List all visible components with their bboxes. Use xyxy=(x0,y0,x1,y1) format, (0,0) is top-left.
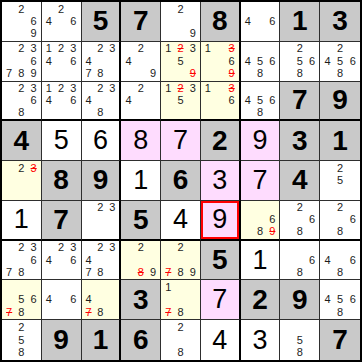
candidate-digit: 9 xyxy=(187,28,199,40)
candidate-digit: 5 xyxy=(254,55,266,67)
candidate-digit: 9 xyxy=(28,67,40,79)
cell-r2c1[interactable]: 236789 xyxy=(2,42,42,82)
candidates: 249 xyxy=(122,43,159,80)
candidates: 12346 xyxy=(43,83,80,119)
candidate-digit: 8 xyxy=(294,67,306,79)
candidates: 23478 xyxy=(83,242,119,279)
eliminated-candidate: 2 xyxy=(174,83,186,95)
entered-digit: 9 xyxy=(253,127,268,154)
candidate-digit: 4 xyxy=(83,254,95,266)
candidate-digit: 9 xyxy=(28,28,40,40)
candidate-digit: 2 xyxy=(15,3,27,15)
candidate-digit: 1 xyxy=(162,83,174,95)
cell-r3c7[interactable]: 4568 xyxy=(241,82,281,122)
eliminated-candidate: 7 xyxy=(3,306,15,318)
cell-r4c3[interactable]: 6 xyxy=(82,121,122,161)
cell-r3c9[interactable]: 9 xyxy=(320,82,360,122)
candidates: 23 xyxy=(3,162,40,199)
candidate-digit: 6 xyxy=(67,15,79,27)
candidate-digit: 2 xyxy=(55,43,67,55)
cell-r5c2[interactable]: 8 xyxy=(42,161,82,201)
eliminated-candidate: 3 xyxy=(226,83,238,95)
eliminated-candidate: 9 xyxy=(226,67,238,79)
candidate-digit: 6 xyxy=(226,55,238,67)
cell-r5c6[interactable]: 3 xyxy=(201,161,241,201)
entered-digit: 7 xyxy=(173,127,188,154)
cell-r1c6[interactable]: 8 xyxy=(201,2,241,42)
given-digit: 3 xyxy=(133,286,149,314)
candidate-digit: 7 xyxy=(3,67,15,79)
candidate-digit: 2 xyxy=(15,162,27,174)
candidate-digit: 8 xyxy=(294,266,306,278)
candidates: 58 xyxy=(281,321,318,359)
candidates: 1369 xyxy=(202,43,238,80)
candidates: 2568 xyxy=(281,43,318,80)
candidate-digit: 2 xyxy=(15,83,27,95)
cell-r1c3[interactable]: 5 xyxy=(82,2,122,42)
candidate-digit: 7 xyxy=(83,266,95,278)
candidate-digit: 8 xyxy=(174,346,186,359)
cell-r8c4[interactable]: 3 xyxy=(121,280,161,320)
cell-r6c3[interactable]: 23 xyxy=(82,201,122,241)
cell-r5c7[interactable]: 7 xyxy=(241,161,281,201)
candidates: 236789 xyxy=(3,43,40,80)
cell-r1c4[interactable]: 7 xyxy=(121,2,161,42)
entered-digit: 8 xyxy=(133,127,148,154)
cell-r4c6[interactable]: 2 xyxy=(201,121,241,161)
cell-r4c2[interactable]: 5 xyxy=(42,121,82,161)
entered-digit: 6 xyxy=(93,127,108,154)
candidate-digit: 3 xyxy=(28,242,40,254)
candidate-digit: 5 xyxy=(294,334,306,347)
cell-r9c1[interactable]: 258 xyxy=(2,320,42,360)
candidate-digit: 3 xyxy=(106,242,118,254)
candidate-digit: 4 xyxy=(83,94,95,106)
candidate-digit: 8 xyxy=(254,226,266,238)
cell-r9c3[interactable]: 1 xyxy=(82,320,122,360)
candidate-digit: 6 xyxy=(346,55,359,67)
candidate-digit: 2 xyxy=(135,83,147,95)
cell-r3c1[interactable]: 2368 xyxy=(2,82,42,122)
candidate-digit: 5 xyxy=(334,174,347,186)
candidate-digit: 4 xyxy=(242,94,254,106)
cell-r5c4[interactable]: 1 xyxy=(121,161,161,201)
cell-r8c3[interactable]: 478 xyxy=(82,280,122,320)
candidate-digit: 4 xyxy=(83,55,95,67)
cell-r2c8[interactable]: 2568 xyxy=(280,42,320,82)
candidate-digit: 8 xyxy=(94,67,106,79)
cell-r1c5[interactable]: 29 xyxy=(161,2,201,42)
given-digit: 2 xyxy=(212,127,228,155)
candidate-digit: 5 xyxy=(334,55,347,67)
candidate-digit: 9 xyxy=(147,266,159,278)
cell-r4c8[interactable]: 3 xyxy=(280,121,320,161)
candidate-digit: 2 xyxy=(294,43,306,55)
candidate-digit: 2 xyxy=(15,321,27,334)
candidate-digit: 1 xyxy=(162,281,174,293)
candidate-digit: 8 xyxy=(294,346,306,359)
cell-r9c6[interactable]: 4 xyxy=(201,320,241,360)
cell-r3c2[interactable]: 12346 xyxy=(42,82,82,122)
candidate-digit: 5 xyxy=(15,334,27,347)
candidates: 289 xyxy=(122,242,159,279)
candidate-digit: 1 xyxy=(162,43,174,55)
candidates: 23 xyxy=(83,202,119,238)
candidate-digit: 2 xyxy=(55,83,67,95)
given-digit: 1 xyxy=(93,326,109,354)
candidate-digit: 8 xyxy=(94,266,106,278)
candidate-digit: 6 xyxy=(346,214,359,226)
entered-digit: 1 xyxy=(253,247,268,274)
candidates: 24568 xyxy=(321,43,359,80)
candidates: 136 xyxy=(202,83,238,119)
cell-r4c5[interactable]: 7 xyxy=(161,121,201,161)
cell-r2c7[interactable]: 4568 xyxy=(241,42,281,82)
candidate-digit: 2 xyxy=(174,3,186,15)
given-digit: 3 xyxy=(292,127,308,155)
candidates: 4568 xyxy=(242,43,279,80)
candidates: 258 xyxy=(3,321,40,359)
candidate-digit: 8 xyxy=(334,67,347,79)
candidates: 689 xyxy=(242,202,279,238)
cell-r3c6[interactable]: 136 xyxy=(201,82,241,122)
cell-r6c5[interactable]: 4 xyxy=(161,201,201,241)
candidate-digit: 4 xyxy=(242,15,254,27)
candidates: 28 xyxy=(162,321,199,359)
candidate-digit: 2 xyxy=(94,242,106,254)
cell-r5c3[interactable]: 9 xyxy=(82,161,122,201)
candidates: 46 xyxy=(43,281,80,318)
cell-r2c6[interactable]: 1369 xyxy=(201,42,241,82)
candidate-digit: 2 xyxy=(174,242,186,254)
cell-r6c6[interactable]: 9 xyxy=(201,201,241,241)
candidate-digit: 2 xyxy=(135,43,147,55)
candidate-digit: 7 xyxy=(3,266,15,278)
candidate-digit: 6 xyxy=(28,254,40,266)
cell-r7c7[interactable]: 1 xyxy=(241,241,281,281)
candidate-digit: 6 xyxy=(266,15,278,27)
candidates: 68 xyxy=(281,242,318,279)
candidate-digit: 4 xyxy=(242,55,254,67)
candidate-digit: 9 xyxy=(147,67,159,79)
cell-r9c9[interactable]: 7 xyxy=(320,320,360,360)
candidate-digit: 3 xyxy=(67,83,79,95)
cell-r1c9[interactable]: 3 xyxy=(320,2,360,42)
candidate-digit: 4 xyxy=(83,294,95,306)
candidates: 2368 xyxy=(3,83,40,119)
candidate-digit: 6 xyxy=(67,294,79,306)
cell-r3c8[interactable]: 7 xyxy=(280,82,320,122)
candidate-digit: 5 xyxy=(334,294,347,306)
candidates: 4568 xyxy=(242,83,279,119)
cell-r1c2[interactable]: 246 xyxy=(42,2,82,42)
cell-r4c9[interactable]: 1 xyxy=(320,121,360,161)
candidate-digit: 6 xyxy=(346,294,359,306)
given-digit: 7 xyxy=(53,206,69,234)
candidate-digit: 6 xyxy=(306,214,318,226)
cell-r8c2[interactable]: 46 xyxy=(42,280,82,320)
cell-r2c9[interactable]: 24568 xyxy=(320,42,360,82)
cell-r1c1[interactable]: 269 xyxy=(2,2,42,42)
cell-r3c5[interactable]: 1235 xyxy=(161,82,201,122)
entered-digit: 9 xyxy=(212,206,227,233)
cell-r7c2[interactable]: 2346 xyxy=(42,241,82,281)
candidates: 468 xyxy=(321,242,359,279)
given-digit: 6 xyxy=(133,326,149,354)
given-digit: 1 xyxy=(292,7,308,35)
candidate-digit: 6 xyxy=(266,55,278,67)
candidate-digit: 8 xyxy=(94,306,106,318)
cell-r2c2[interactable]: 12346 xyxy=(42,42,82,82)
cell-r8c8[interactable]: 9 xyxy=(280,280,320,320)
candidates: 29 xyxy=(162,3,199,40)
candidates: 4568 xyxy=(321,281,359,318)
candidates: 12359 xyxy=(162,43,199,80)
cell-r8c7[interactable]: 2 xyxy=(241,280,281,320)
cell-r7c6[interactable]: 5 xyxy=(201,241,241,281)
candidate-digit: 2 xyxy=(174,321,186,334)
given-digit: 6 xyxy=(173,166,189,194)
cell-r5c8[interactable]: 4 xyxy=(280,161,320,201)
candidates: 25 xyxy=(321,162,359,199)
entered-digit: 1 xyxy=(133,167,148,194)
candidate-digit: 6 xyxy=(67,55,79,67)
candidate-digit: 5 xyxy=(15,294,27,306)
candidate-digit: 8 xyxy=(15,67,27,79)
eliminated-candidate: 3 xyxy=(28,162,40,174)
candidate-digit: 2 xyxy=(55,242,67,254)
candidates: 246 xyxy=(43,3,80,40)
cell-r9c5[interactable]: 28 xyxy=(161,320,201,360)
candidate-digit: 6 xyxy=(28,15,40,27)
candidate-digit: 8 xyxy=(254,106,266,118)
entered-digit: 4 xyxy=(212,327,227,354)
candidate-digit: 6 xyxy=(67,254,79,266)
candidate-digit: 3 xyxy=(106,43,118,55)
cell-r7c3[interactable]: 23478 xyxy=(82,241,122,281)
candidate-digit: 8 xyxy=(254,67,266,79)
candidate-digit: 8 xyxy=(15,306,27,318)
candidates: 23478 xyxy=(83,43,119,80)
given-digit: 2 xyxy=(252,286,268,314)
candidates: 24 xyxy=(122,83,159,119)
cell-r5c5[interactable]: 6 xyxy=(161,161,201,201)
cell-r1c8[interactable]: 1 xyxy=(280,2,320,42)
candidate-digit: 2 xyxy=(135,242,147,254)
candidate-digit: 3 xyxy=(28,43,40,55)
candidate-digit: 6 xyxy=(67,94,79,106)
given-digit: 9 xyxy=(53,326,69,354)
entered-digit: 3 xyxy=(212,167,227,194)
given-digit: 4 xyxy=(14,127,30,155)
eliminated-candidate: 7 xyxy=(83,306,95,318)
candidate-digit: 1 xyxy=(43,83,55,95)
sudoku-grid: 2692465729846132367891234623478249123591… xyxy=(0,0,362,362)
candidates: 268 xyxy=(281,202,318,238)
cell-r8c1[interactable]: 5678 xyxy=(2,280,42,320)
given-digit: 9 xyxy=(93,166,109,194)
cell-r6c4[interactable]: 5 xyxy=(121,201,161,241)
cell-r9c4[interactable]: 6 xyxy=(121,320,161,360)
candidate-digit: 4 xyxy=(122,94,134,106)
candidate-digit: 6 xyxy=(28,55,40,67)
candidate-digit: 8 xyxy=(334,306,347,318)
eliminated-candidate: 2 xyxy=(174,43,186,55)
candidate-digit: 5 xyxy=(254,94,266,106)
candidates: 269 xyxy=(3,3,40,40)
candidate-digit: 8 xyxy=(15,346,27,359)
entered-digit: 7 xyxy=(212,286,227,313)
eliminated-candidate: 9 xyxy=(266,226,278,238)
eliminated-candidate: 9 xyxy=(187,67,199,79)
given-digit: 5 xyxy=(133,206,149,234)
cell-r4c1[interactable]: 4 xyxy=(2,121,42,161)
cell-r3c3[interactable]: 2348 xyxy=(82,82,122,122)
candidate-digit: 4 xyxy=(43,294,55,306)
cell-r5c9[interactable]: 25 xyxy=(320,161,360,201)
cell-r2c5[interactable]: 12359 xyxy=(161,42,201,82)
cell-r4c4[interactable]: 8 xyxy=(121,121,161,161)
cell-r1c7[interactable]: 46 xyxy=(241,2,281,42)
cell-r2c3[interactable]: 23478 xyxy=(82,42,122,82)
cell-r6c7[interactable]: 689 xyxy=(241,201,281,241)
candidate-digit: 8 xyxy=(94,106,106,118)
cell-r8c9[interactable]: 4568 xyxy=(320,280,360,320)
entered-digit: 5 xyxy=(54,127,69,154)
cell-r7c9[interactable]: 468 xyxy=(320,241,360,281)
candidate-digit: 4 xyxy=(43,15,55,27)
candidate-digit: 8 xyxy=(15,106,27,118)
candidates: 12346 xyxy=(43,43,80,80)
given-digit: 7 xyxy=(292,86,308,114)
given-digit: 5 xyxy=(93,7,109,35)
candidate-digit: 1 xyxy=(43,43,55,55)
cell-r9c2[interactable]: 9 xyxy=(42,320,82,360)
candidate-digit: 3 xyxy=(187,83,199,95)
candidate-digit: 2 xyxy=(334,43,347,55)
candidate-digit: 8 xyxy=(334,226,347,238)
cell-r6c1[interactable]: 1 xyxy=(2,201,42,241)
candidate-digit: 2 xyxy=(334,202,347,214)
candidates: 2789 xyxy=(162,242,199,279)
candidate-digit: 4 xyxy=(43,55,55,67)
candidate-digit: 3 xyxy=(106,83,118,95)
candidate-digit: 5 xyxy=(174,55,186,67)
candidate-digit: 6 xyxy=(306,254,318,266)
cell-r9c7[interactable]: 3 xyxy=(241,320,281,360)
candidate-digit: 2 xyxy=(334,162,347,174)
cell-r6c9[interactable]: 268 xyxy=(320,201,360,241)
given-digit: 3 xyxy=(332,7,348,35)
candidate-digit: 2 xyxy=(94,202,106,214)
candidates: 2348 xyxy=(83,83,119,119)
cell-r3c4[interactable]: 24 xyxy=(121,82,161,122)
candidate-digit: 8 xyxy=(174,266,186,278)
candidates: 23678 xyxy=(3,242,40,279)
candidate-digit: 6 xyxy=(226,94,238,106)
entered-digit: 4 xyxy=(173,206,188,233)
cell-r6c2[interactable]: 7 xyxy=(42,201,82,241)
candidate-digit: 9 xyxy=(187,266,199,278)
candidates: 478 xyxy=(83,281,119,318)
candidate-digit: 8 xyxy=(294,226,306,238)
given-digit: 1 xyxy=(332,127,348,155)
given-digit: 7 xyxy=(133,7,149,35)
candidate-digit: 6 xyxy=(28,94,40,106)
candidates: 46 xyxy=(242,3,279,40)
candidate-digit: 3 xyxy=(67,43,79,55)
candidate-digit: 8 xyxy=(174,306,186,318)
cell-r8c6[interactable]: 7 xyxy=(201,280,241,320)
given-digit: 7 xyxy=(332,326,348,354)
candidate-digit: 7 xyxy=(83,67,95,79)
cell-r7c4[interactable]: 289 xyxy=(121,241,161,281)
given-digit: 4 xyxy=(292,166,308,194)
candidate-digit: 2 xyxy=(294,202,306,214)
candidate-digit: 2 xyxy=(15,43,27,55)
candidate-digit: 3 xyxy=(106,202,118,214)
entered-digit: 7 xyxy=(253,167,268,194)
candidate-digit: 4 xyxy=(321,55,334,67)
cell-r7c5[interactable]: 2789 xyxy=(161,241,201,281)
candidate-digit: 6 xyxy=(346,254,359,266)
candidate-digit: 6 xyxy=(306,55,318,67)
candidate-digit: 2 xyxy=(15,242,27,254)
candidates: 2346 xyxy=(43,242,80,279)
candidates: 178 xyxy=(162,281,199,318)
candidate-digit: 4 xyxy=(321,254,334,266)
entered-digit: 1 xyxy=(14,206,29,233)
eliminated-candidate: 7 xyxy=(162,266,174,278)
given-digit: 9 xyxy=(332,86,348,114)
candidate-digit: 1 xyxy=(202,43,214,55)
candidate-digit: 5 xyxy=(174,94,186,106)
candidate-digit: 2 xyxy=(94,43,106,55)
cell-r7c1[interactable]: 23678 xyxy=(2,241,42,281)
eliminated-candidate: 8 xyxy=(135,266,147,278)
cell-r4c7[interactable]: 9 xyxy=(241,121,281,161)
given-digit: 8 xyxy=(212,7,228,35)
entered-digit: 3 xyxy=(253,327,268,354)
candidate-digit: 3 xyxy=(187,43,199,55)
cell-r8c5[interactable]: 178 xyxy=(161,280,201,320)
candidate-digit: 4 xyxy=(321,294,334,306)
cell-r9c8[interactable]: 58 xyxy=(280,320,320,360)
eliminated-candidate: 7 xyxy=(162,306,174,318)
cell-r2c4[interactable]: 249 xyxy=(121,42,161,82)
candidate-digit: 4 xyxy=(43,94,55,106)
candidate-digit: 2 xyxy=(55,3,67,15)
candidate-digit: 4 xyxy=(43,254,55,266)
candidates: 1235 xyxy=(162,83,199,119)
candidate-digit: 8 xyxy=(334,266,347,278)
candidate-digit: 2 xyxy=(94,83,106,95)
candidate-digit: 6 xyxy=(266,94,278,106)
candidate-digit: 5 xyxy=(294,55,306,67)
candidate-digit: 3 xyxy=(67,242,79,254)
candidate-digit: 6 xyxy=(28,294,40,306)
given-digit: 9 xyxy=(292,286,308,314)
candidates: 268 xyxy=(321,202,359,238)
given-digit: 5 xyxy=(212,246,228,274)
given-digit: 8 xyxy=(53,166,69,194)
cell-r6c8[interactable]: 268 xyxy=(280,201,320,241)
eliminated-candidate: 3 xyxy=(226,43,238,55)
cell-r5c1[interactable]: 23 xyxy=(2,161,42,201)
candidate-digit: 8 xyxy=(15,266,27,278)
cell-r7c8[interactable]: 68 xyxy=(280,241,320,281)
candidate-digit: 4 xyxy=(122,55,134,67)
